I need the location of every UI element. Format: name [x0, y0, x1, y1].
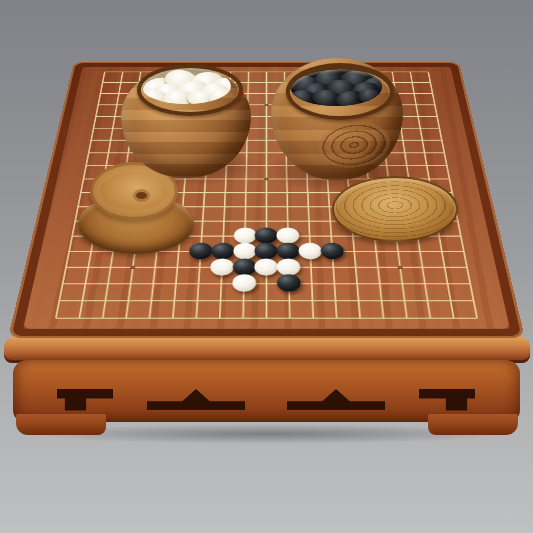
black-stone[interactable] [277, 243, 300, 259]
black-stone[interactable] [211, 243, 235, 259]
wood-knot [314, 117, 394, 173]
black-stone[interactable] [255, 243, 278, 259]
apron-cutout-bracket-left [57, 384, 113, 412]
white-stone[interactable] [210, 258, 234, 275]
black-stone-bowl [270, 54, 404, 182]
apron-cutout-mountain-right [287, 389, 385, 410]
apron-cutout-mountain-left [147, 389, 245, 410]
board-slab-edge [4, 336, 530, 363]
table-foot-right [428, 414, 518, 435]
bowl-rim [286, 63, 394, 120]
white-stone[interactable] [277, 228, 300, 244]
single-lid [332, 176, 458, 242]
white-stone[interactable] [232, 274, 256, 291]
white-stone[interactable] [299, 243, 323, 259]
white-stone[interactable] [233, 228, 256, 244]
table-foot-left [16, 414, 106, 435]
bowl-rim [137, 64, 243, 116]
white-stone[interactable] [277, 258, 301, 275]
apron-cutout-bracket-right [419, 384, 475, 412]
table-apron [13, 360, 520, 422]
black-stone[interactable] [232, 258, 256, 275]
scene [0, 0, 533, 533]
black-stone[interactable] [255, 228, 278, 244]
white-stone[interactable] [255, 258, 279, 275]
white-stone-bowl [120, 60, 252, 180]
black-stone[interactable] [277, 274, 301, 291]
white-stone[interactable] [233, 243, 256, 259]
black-stone[interactable] [320, 243, 344, 259]
